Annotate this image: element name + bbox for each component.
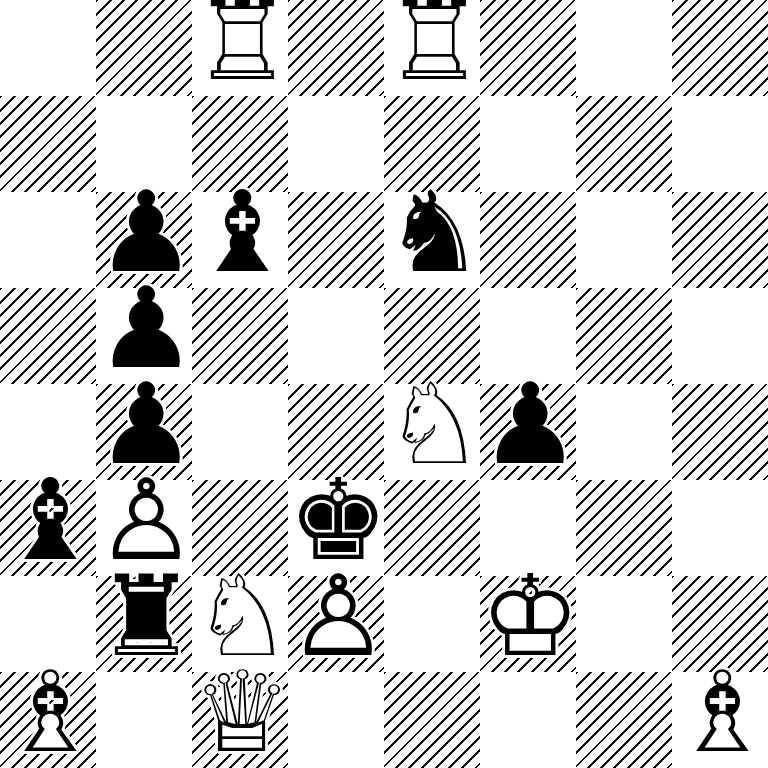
piece-black-pawn: ♟♟	[480, 384, 576, 480]
piece-halo-backing: ♞	[384, 184, 480, 280]
square-e8[interactable]: ♜♖	[384, 0, 480, 96]
square-c5[interactable]	[192, 288, 288, 384]
piece-halo-backing: ♞	[192, 568, 288, 664]
square-g5[interactable]	[576, 288, 672, 384]
square-c1[interactable]: ♛♕	[192, 672, 288, 768]
piece-halo-backing: ♞	[384, 376, 480, 472]
square-c7[interactable]	[192, 96, 288, 192]
piece-halo-backing: ♜	[96, 568, 192, 664]
black-pawn-glyph: ♟	[96, 280, 192, 376]
square-d5[interactable]	[288, 288, 384, 384]
square-f3[interactable]	[480, 480, 576, 576]
square-a3[interactable]: ♝♝	[0, 480, 96, 576]
piece-halo-backing: ♝	[672, 664, 768, 760]
square-d6[interactable]	[288, 192, 384, 288]
square-e1[interactable]	[384, 672, 480, 768]
square-f5[interactable]	[480, 288, 576, 384]
white-rook-glyph: ♖	[192, 0, 288, 88]
square-a6[interactable]	[0, 192, 96, 288]
square-a5[interactable]	[0, 288, 96, 384]
square-c3[interactable]	[192, 480, 288, 576]
square-h6[interactable]	[672, 192, 768, 288]
piece-halo-backing: ♟	[480, 376, 576, 472]
white-bishop-glyph: ♗	[0, 664, 96, 760]
square-e6[interactable]: ♞♞	[384, 192, 480, 288]
square-c6[interactable]: ♝♝	[192, 192, 288, 288]
white-pawn-glyph: ♙	[96, 472, 192, 568]
square-f1[interactable]	[480, 672, 576, 768]
piece-halo-backing: ♟	[96, 376, 192, 472]
white-knight-glyph: ♘	[384, 376, 480, 472]
black-knight-glyph: ♞	[384, 184, 480, 280]
piece-white-rook: ♜♖	[384, 0, 480, 96]
square-h5[interactable]	[672, 288, 768, 384]
square-d8[interactable]	[288, 0, 384, 96]
square-h3[interactable]	[672, 480, 768, 576]
square-g7[interactable]	[576, 96, 672, 192]
square-b4[interactable]: ♟♟	[96, 384, 192, 480]
square-g1[interactable]	[576, 672, 672, 768]
piece-white-knight: ♞♘	[384, 384, 480, 480]
square-b3[interactable]: ♟♙	[96, 480, 192, 576]
square-a4[interactable]	[0, 384, 96, 480]
piece-halo-backing: ♟	[96, 184, 192, 280]
chess-board: ♜♖♜♖♟♟♝♝♞♞♟♟♟♟♞♘♟♟♝♝♟♙♚♚♜♜♞♘♟♙♚♔♝♗♛♕♝♗	[0, 0, 768, 768]
piece-black-bishop: ♝♝	[0, 480, 96, 576]
piece-black-king: ♚♚	[288, 480, 384, 576]
piece-halo-backing: ♚	[288, 472, 384, 568]
black-pawn-glyph: ♟	[480, 376, 576, 472]
white-bishop-glyph: ♗	[672, 664, 768, 760]
square-c2[interactable]: ♞♘	[192, 576, 288, 672]
white-rook-glyph: ♖	[384, 0, 480, 88]
square-a7[interactable]	[0, 96, 96, 192]
square-h2[interactable]	[672, 576, 768, 672]
piece-halo-backing: ♜	[384, 0, 480, 88]
piece-white-rook: ♜♖	[192, 0, 288, 96]
white-queen-glyph: ♕	[192, 664, 288, 760]
square-f6[interactable]	[480, 192, 576, 288]
square-b8[interactable]	[96, 0, 192, 96]
white-knight-glyph: ♘	[192, 568, 288, 664]
piece-black-bishop: ♝♝	[192, 192, 288, 288]
piece-halo-backing: ♟	[288, 568, 384, 664]
piece-black-pawn: ♟♟	[96, 192, 192, 288]
square-d4[interactable]	[288, 384, 384, 480]
piece-white-king: ♚♔	[480, 576, 576, 672]
black-pawn-glyph: ♟	[96, 184, 192, 280]
square-g2[interactable]	[576, 576, 672, 672]
white-pawn-glyph: ♙	[288, 568, 384, 664]
piece-black-knight: ♞♞	[384, 192, 480, 288]
square-g8[interactable]	[576, 0, 672, 96]
piece-white-bishop: ♝♗	[0, 672, 96, 768]
piece-halo-backing: ♟	[96, 280, 192, 376]
square-c4[interactable]	[192, 384, 288, 480]
black-king-glyph: ♚	[288, 472, 384, 568]
black-pawn-glyph: ♟	[96, 376, 192, 472]
black-rook-glyph: ♜	[96, 568, 192, 664]
piece-halo-backing: ♚	[480, 568, 576, 664]
square-b1[interactable]	[96, 672, 192, 768]
piece-halo-backing: ♝	[0, 472, 96, 568]
square-f7[interactable]	[480, 96, 576, 192]
square-e7[interactable]	[384, 96, 480, 192]
square-h4[interactable]	[672, 384, 768, 480]
square-h8[interactable]	[672, 0, 768, 96]
square-b2[interactable]: ♜♜	[96, 576, 192, 672]
square-d7[interactable]	[288, 96, 384, 192]
square-a8[interactable]	[0, 0, 96, 96]
square-b7[interactable]	[96, 96, 192, 192]
square-b6[interactable]: ♟♟	[96, 192, 192, 288]
piece-halo-backing: ♛	[192, 664, 288, 760]
square-d3[interactable]: ♚♚	[288, 480, 384, 576]
square-f8[interactable]	[480, 0, 576, 96]
square-c8[interactable]: ♜♖	[192, 0, 288, 96]
piece-white-pawn: ♟♙	[96, 480, 192, 576]
piece-white-pawn: ♟♙	[288, 576, 384, 672]
piece-black-pawn: ♟♟	[96, 384, 192, 480]
square-d2[interactable]: ♟♙	[288, 576, 384, 672]
piece-halo-backing: ♜	[192, 0, 288, 88]
square-h1[interactable]: ♝♗	[672, 672, 768, 768]
square-f4[interactable]: ♟♟	[480, 384, 576, 480]
black-bishop-glyph: ♝	[0, 472, 96, 568]
square-e3[interactable]	[384, 480, 480, 576]
square-e4[interactable]: ♞♘	[384, 384, 480, 480]
square-g4[interactable]	[576, 384, 672, 480]
piece-white-knight: ♞♘	[192, 576, 288, 672]
square-b5[interactable]: ♟♟	[96, 288, 192, 384]
piece-white-queen: ♛♕	[192, 672, 288, 768]
square-e5[interactable]	[384, 288, 480, 384]
piece-halo-backing: ♝	[0, 664, 96, 760]
black-bishop-glyph: ♝	[192, 184, 288, 280]
square-a1[interactable]: ♝♗	[0, 672, 96, 768]
square-g3[interactable]	[576, 480, 672, 576]
square-g6[interactable]	[576, 192, 672, 288]
piece-halo-backing: ♝	[192, 184, 288, 280]
piece-halo-backing: ♟	[96, 472, 192, 568]
white-king-glyph: ♔	[480, 568, 576, 664]
piece-white-bishop: ♝♗	[672, 672, 768, 768]
piece-black-rook: ♜♜	[96, 576, 192, 672]
square-h7[interactable]	[672, 96, 768, 192]
square-f2[interactable]: ♚♔	[480, 576, 576, 672]
square-d1[interactable]	[288, 672, 384, 768]
piece-black-pawn: ♟♟	[96, 288, 192, 384]
square-e2[interactable]	[384, 576, 480, 672]
square-a2[interactable]	[0, 576, 96, 672]
